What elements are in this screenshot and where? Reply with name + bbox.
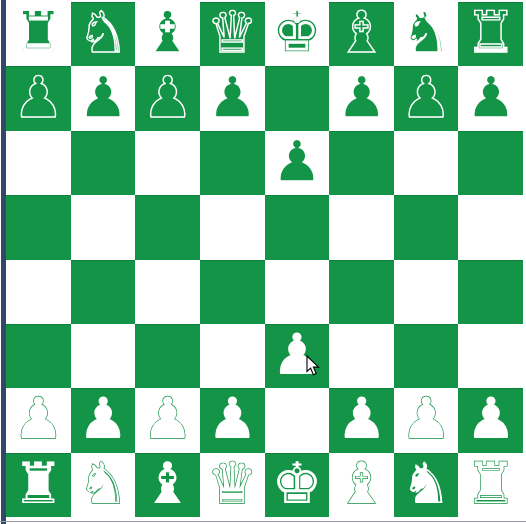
square-a2[interactable]: ♟: [6, 388, 71, 452]
square-c3[interactable]: [135, 324, 200, 388]
square-g7[interactable]: ♟: [394, 66, 459, 130]
square-e2[interactable]: [265, 388, 330, 452]
square-d3[interactable]: [200, 324, 265, 388]
square-b5[interactable]: [71, 195, 136, 259]
square-h7[interactable]: ♟: [458, 66, 523, 130]
square-e7[interactable]: [265, 66, 330, 130]
square-g1[interactable]: ♞: [394, 453, 459, 517]
piece-white-rook-a1[interactable]: ♜: [13, 455, 64, 515]
square-d7[interactable]: ♟: [200, 66, 265, 130]
square-b4[interactable]: [71, 260, 136, 324]
piece-white-king-e1[interactable]: ♚: [271, 455, 322, 515]
piece-white-knight-b1[interactable]: ♞: [77, 455, 128, 515]
piece-black-pawn-a7[interactable]: ♟: [13, 69, 64, 129]
square-h4[interactable]: [458, 260, 523, 324]
square-a5[interactable]: [6, 195, 71, 259]
piece-white-rook-h1[interactable]: ♜: [465, 455, 516, 515]
square-g2[interactable]: ♟: [394, 388, 459, 452]
piece-white-pawn-h2[interactable]: ♟: [465, 390, 516, 450]
piece-black-pawn-f7[interactable]: ♟: [336, 69, 387, 129]
square-d8[interactable]: ♛: [200, 2, 265, 66]
square-e4[interactable]: [265, 260, 330, 324]
piece-black-pawn-c7[interactable]: ♟: [142, 69, 193, 129]
square-f5[interactable]: [329, 195, 394, 259]
square-g3[interactable]: [394, 324, 459, 388]
square-d5[interactable]: [200, 195, 265, 259]
piece-white-pawn-d2[interactable]: ♟: [207, 390, 258, 450]
square-f6[interactable]: [329, 131, 394, 195]
piece-white-pawn-g2[interactable]: ♟: [401, 390, 452, 450]
square-a3[interactable]: [6, 324, 71, 388]
piece-white-bishop-c1[interactable]: ♝: [142, 455, 193, 515]
square-h1[interactable]: ♜: [458, 453, 523, 517]
chess-app-window: ♜♞♝♛♚♝♞♜♟♟♟♟♟♟♟♟♟♟♟♟♟♟♟♟♜♞♝♛♚♝♞♜: [0, 0, 526, 524]
square-f1[interactable]: ♝: [329, 453, 394, 517]
square-c6[interactable]: [135, 131, 200, 195]
square-b2[interactable]: ♟: [71, 388, 136, 452]
square-a4[interactable]: [6, 260, 71, 324]
square-f4[interactable]: [329, 260, 394, 324]
piece-black-pawn-g7[interactable]: ♟: [401, 69, 452, 129]
piece-black-bishop-f8[interactable]: ♝: [336, 4, 387, 64]
piece-black-knight-b8[interactable]: ♞: [77, 4, 128, 64]
piece-black-bishop-c8[interactable]: ♝: [142, 4, 193, 64]
square-c2[interactable]: ♟: [135, 388, 200, 452]
piece-white-pawn-b2[interactable]: ♟: [77, 390, 128, 450]
piece-black-rook-h8[interactable]: ♜: [465, 4, 516, 64]
square-e1[interactable]: ♚: [265, 453, 330, 517]
square-g8[interactable]: ♞: [394, 2, 459, 66]
piece-white-pawn-e3[interactable]: ♟: [271, 326, 322, 386]
piece-black-pawn-b7[interactable]: ♟: [77, 69, 128, 129]
square-e3[interactable]: ♟: [265, 324, 330, 388]
piece-black-pawn-d7[interactable]: ♟: [207, 69, 258, 129]
piece-black-rook-a8[interactable]: ♜: [13, 4, 64, 64]
piece-white-pawn-c2[interactable]: ♟: [142, 390, 193, 450]
square-f7[interactable]: ♟: [329, 66, 394, 130]
square-d6[interactable]: [200, 131, 265, 195]
square-h2[interactable]: ♟: [458, 388, 523, 452]
piece-black-king-e8[interactable]: ♚: [271, 4, 322, 64]
square-e8[interactable]: ♚: [265, 2, 330, 66]
piece-black-pawn-e6[interactable]: ♟: [271, 133, 322, 193]
square-a6[interactable]: [6, 131, 71, 195]
square-b7[interactable]: ♟: [71, 66, 136, 130]
square-e5[interactable]: [265, 195, 330, 259]
square-d4[interactable]: [200, 260, 265, 324]
square-f8[interactable]: ♝: [329, 2, 394, 66]
piece-black-pawn-h7[interactable]: ♟: [465, 69, 516, 129]
square-c7[interactable]: ♟: [135, 66, 200, 130]
square-b3[interactable]: [71, 324, 136, 388]
piece-white-bishop-f1[interactable]: ♝: [336, 455, 387, 515]
window-bottom-divider: [0, 521, 526, 522]
square-h3[interactable]: [458, 324, 523, 388]
square-c1[interactable]: ♝: [135, 453, 200, 517]
piece-white-queen-d1[interactable]: ♛: [207, 455, 258, 515]
square-b6[interactable]: [71, 131, 136, 195]
square-h5[interactable]: [458, 195, 523, 259]
square-c4[interactable]: [135, 260, 200, 324]
square-c5[interactable]: [135, 195, 200, 259]
piece-white-pawn-f2[interactable]: ♟: [336, 390, 387, 450]
square-f3[interactable]: [329, 324, 394, 388]
square-b1[interactable]: ♞: [71, 453, 136, 517]
square-a8[interactable]: ♜: [6, 2, 71, 66]
square-g4[interactable]: [394, 260, 459, 324]
square-f2[interactable]: ♟: [329, 388, 394, 452]
square-a7[interactable]: ♟: [6, 66, 71, 130]
piece-black-queen-d8[interactable]: ♛: [207, 4, 258, 64]
square-h8[interactable]: ♜: [458, 2, 523, 66]
square-g6[interactable]: [394, 131, 459, 195]
piece-black-knight-g8[interactable]: ♞: [401, 4, 452, 64]
square-d2[interactable]: ♟: [200, 388, 265, 452]
square-d1[interactable]: ♛: [200, 453, 265, 517]
square-c8[interactable]: ♝: [135, 2, 200, 66]
square-h6[interactable]: [458, 131, 523, 195]
piece-white-knight-g1[interactable]: ♞: [401, 455, 452, 515]
piece-white-pawn-a2[interactable]: ♟: [13, 390, 64, 450]
square-a1[interactable]: ♜: [6, 453, 71, 517]
square-e6[interactable]: ♟: [265, 131, 330, 195]
square-g5[interactable]: [394, 195, 459, 259]
chess-board[interactable]: ♜♞♝♛♚♝♞♜♟♟♟♟♟♟♟♟♟♟♟♟♟♟♟♟♜♞♝♛♚♝♞♜: [6, 2, 523, 517]
square-b8[interactable]: ♞: [71, 2, 136, 66]
